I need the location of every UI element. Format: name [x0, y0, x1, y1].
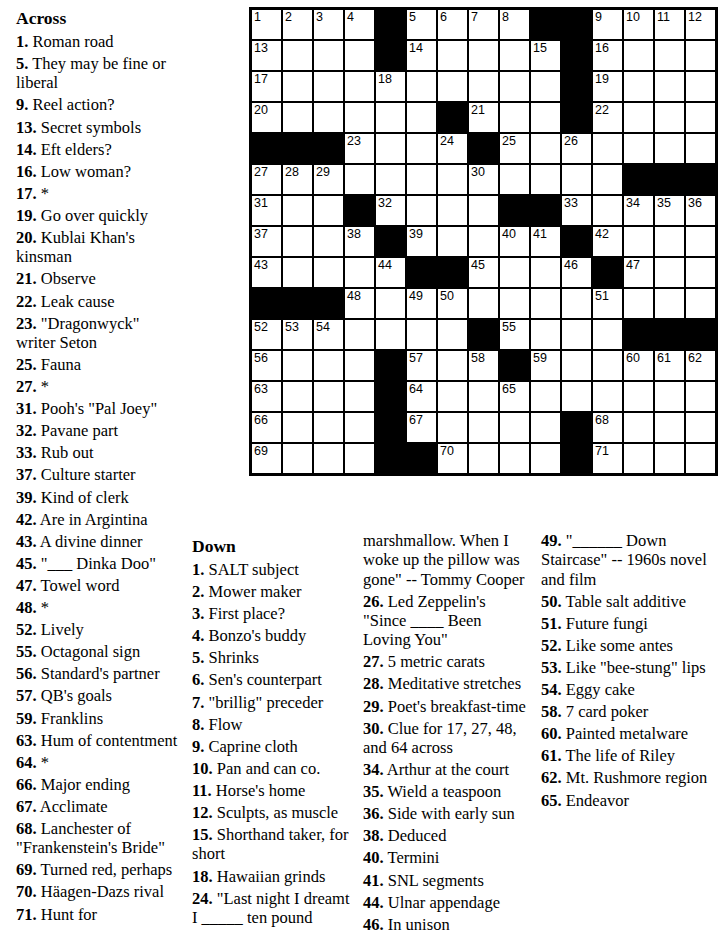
cell-r12c14[interactable]: 61 — [655, 351, 684, 380]
cell-r12c10[interactable]: 59 — [531, 351, 560, 380]
cell-r13c2[interactable] — [283, 382, 312, 411]
cell-r6c11[interactable] — [562, 165, 591, 194]
clue-number: 46. — [363, 915, 384, 934]
cell-r10c8[interactable] — [469, 289, 498, 318]
cell-r12c12[interactable] — [593, 351, 622, 380]
cell-number: 36 — [688, 196, 702, 210]
cell-number: 67 — [409, 413, 423, 427]
clue-number: 32. — [16, 421, 37, 440]
clue-text: SNL segments — [388, 871, 484, 890]
cell-r14c13[interactable] — [624, 413, 653, 442]
cell-r15c4[interactable] — [345, 444, 374, 473]
cell-r14c14[interactable] — [655, 413, 684, 442]
cell-r12c1[interactable]: 56 — [252, 351, 281, 380]
cell-r5c12[interactable] — [593, 134, 622, 163]
cell-r13c10[interactable] — [531, 382, 560, 411]
block-r1c11 — [562, 10, 591, 39]
cell-r3c13[interactable] — [624, 72, 653, 101]
cell-r4c14[interactable] — [655, 103, 684, 132]
cell-number: 33 — [564, 196, 578, 210]
clue-text: "brillig" preceder — [209, 693, 324, 712]
cell-r8c12[interactable]: 42 — [593, 227, 622, 256]
clue-number: 6. — [192, 670, 204, 689]
clue-number: 64. — [16, 753, 37, 772]
clue-text: marshmallow. When I woke up the pillow w… — [363, 531, 525, 589]
clue-text: Häagen-Dazs rival — [41, 882, 164, 901]
clue-text: Pan and can co. — [217, 759, 321, 778]
block-r10c3 — [314, 289, 343, 318]
cell-r3c15[interactable] — [686, 72, 715, 101]
cell-r12c13[interactable]: 60 — [624, 351, 653, 380]
cell-r8c10[interactable]: 41 — [531, 227, 560, 256]
clue-number: 3. — [192, 604, 204, 623]
down-clue-38: 38. Deduced — [363, 826, 537, 845]
cell-r12c15[interactable]: 62 — [686, 351, 715, 380]
cell-r11c12[interactable] — [593, 320, 622, 349]
across-clue-39: 39. Kind of clerk — [16, 488, 192, 507]
cell-number: 51 — [595, 289, 609, 303]
cell-r10c14[interactable] — [655, 289, 684, 318]
across-clue-45: 45. "___ Dinka Doo" — [16, 554, 192, 573]
cell-number: 26 — [564, 134, 578, 148]
cell-r15c8[interactable] — [469, 444, 498, 473]
cell-r10c5[interactable] — [376, 289, 405, 318]
cell-r2c13[interactable] — [624, 41, 653, 70]
clue-text: Mower maker — [209, 582, 302, 601]
cell-r4c8[interactable]: 21 — [469, 103, 498, 132]
cell-r5c13[interactable] — [624, 134, 653, 163]
cell-r11c11[interactable] — [562, 320, 591, 349]
cell-r2c7[interactable] — [438, 41, 467, 70]
cell-r7c14[interactable]: 35 — [655, 196, 684, 225]
cell-r3c4[interactable] — [345, 72, 374, 101]
cell-r10c13[interactable] — [624, 289, 653, 318]
clue-text: "Last night I dreamt I _____ ten pound — [192, 889, 350, 927]
cell-r15c12[interactable]: 71 — [593, 444, 622, 473]
clue-number: 56. — [16, 664, 37, 683]
clue-text: Franklins — [41, 709, 103, 728]
cell-r4c6[interactable] — [407, 103, 436, 132]
clue-number: 40. — [363, 848, 384, 867]
across-clue-21: 21. Observe — [16, 269, 192, 288]
cell-r5c6[interactable] — [407, 134, 436, 163]
cell-r5c11[interactable]: 26 — [562, 134, 591, 163]
cell-r12c2[interactable] — [283, 351, 312, 380]
cell-r11c9[interactable]: 55 — [500, 320, 529, 349]
cell-r9c8[interactable]: 45 — [469, 258, 498, 287]
cell-r12c4[interactable] — [345, 351, 374, 380]
cell-r7c3[interactable] — [314, 196, 343, 225]
block-r11c13 — [624, 320, 653, 349]
cell-r6c4[interactable] — [345, 165, 374, 194]
clue-text: Flow — [209, 715, 243, 734]
clue-number: 36. — [363, 804, 384, 823]
block-r9c6 — [407, 258, 436, 287]
down-clue-27: 27. 5 metric carats — [363, 652, 537, 671]
cell-r7c1[interactable]: 31 — [252, 196, 281, 225]
cell-r2c1[interactable]: 13 — [252, 41, 281, 70]
cell-r14c6[interactable]: 67 — [407, 413, 436, 442]
across-clue-70: 70. Häagen-Dazs rival — [16, 882, 192, 901]
cell-r3c6[interactable] — [407, 72, 436, 101]
cell-r4c4[interactable] — [345, 103, 374, 132]
across-clue-67: 67. Acclimate — [16, 797, 192, 816]
cell-r14c1[interactable]: 66 — [252, 413, 281, 442]
cell-r13c9[interactable]: 65 — [500, 382, 529, 411]
clue-number: 47. — [16, 576, 37, 595]
cell-r4c1[interactable]: 20 — [252, 103, 281, 132]
cell-r3c14[interactable] — [655, 72, 684, 101]
clue-text: Observe — [41, 269, 96, 288]
cell-number: 70 — [440, 444, 454, 458]
cell-r5c5[interactable] — [376, 134, 405, 163]
cell-r12c3[interactable] — [314, 351, 343, 380]
cell-r7c2[interactable] — [283, 196, 312, 225]
block-r11c15 — [686, 320, 715, 349]
cell-r7c8[interactable] — [469, 196, 498, 225]
cell-r12c8[interactable]: 58 — [469, 351, 498, 380]
down-clue-58: 58. 7 card poker — [541, 702, 725, 721]
clue-number: 1. — [192, 560, 204, 579]
cell-r9c9[interactable] — [500, 258, 529, 287]
cell-number: 60 — [626, 351, 640, 365]
cell-r14c12[interactable]: 68 — [593, 413, 622, 442]
clue-number: 35. — [363, 782, 384, 801]
cell-number: 9 — [595, 10, 602, 24]
cell-r5c15[interactable] — [686, 134, 715, 163]
clue-number: 49. — [541, 531, 562, 550]
down-clue-11: 11. Horse's home — [192, 781, 362, 800]
cell-r11c1[interactable]: 52 — [252, 320, 281, 349]
cell-r2c12[interactable]: 16 — [593, 41, 622, 70]
cell-r4c2[interactable] — [283, 103, 312, 132]
across-clue-55: 55. Octagonal sign — [16, 642, 192, 661]
cell-number: 62 — [688, 351, 702, 365]
cell-r1c2[interactable]: 2 — [283, 10, 312, 39]
cell-r14c15[interactable] — [686, 413, 715, 442]
cell-number: 39 — [409, 227, 423, 241]
cell-r6c8[interactable]: 30 — [469, 165, 498, 194]
cell-r3c8[interactable] — [469, 72, 498, 101]
cell-r8c4[interactable]: 38 — [345, 227, 374, 256]
block-r1c5 — [376, 10, 405, 39]
cell-r13c14[interactable] — [655, 382, 684, 411]
cell-r8c7[interactable] — [438, 227, 467, 256]
cell-r8c3[interactable] — [314, 227, 343, 256]
down-clues-column-3: 49. "______ Down Staircase" -- 1960s nov… — [541, 531, 725, 813]
cell-r2c14[interactable] — [655, 41, 684, 70]
down-clue-36: 36. Side with early sun — [363, 804, 537, 823]
cell-r9c10[interactable] — [531, 258, 560, 287]
clue-number: 20. — [16, 228, 37, 247]
cell-r8c6[interactable]: 39 — [407, 227, 436, 256]
cell-r15c13[interactable] — [624, 444, 653, 473]
cell-number: 44 — [378, 258, 392, 272]
cell-number: 66 — [254, 413, 268, 427]
cell-r13c11[interactable] — [562, 382, 591, 411]
cell-r4c15[interactable] — [686, 103, 715, 132]
cell-r10c15[interactable] — [686, 289, 715, 318]
cell-r7c7[interactable] — [438, 196, 467, 225]
cell-number: 65 — [502, 382, 516, 396]
clue-text: Octagonal sign — [41, 642, 140, 661]
cell-number: 5 — [409, 10, 416, 24]
cell-r1c12[interactable]: 9 — [593, 10, 622, 39]
cell-r15c15[interactable] — [686, 444, 715, 473]
cell-r2c10[interactable]: 15 — [531, 41, 560, 70]
cell-number: 16 — [595, 41, 609, 55]
block-r5c2 — [283, 134, 312, 163]
cell-r4c13[interactable] — [624, 103, 653, 132]
clue-number: 52. — [541, 636, 562, 655]
block-r15c6 — [407, 444, 436, 473]
cell-r6c5[interactable] — [376, 165, 405, 194]
cell-r9c13[interactable]: 47 — [624, 258, 653, 287]
cell-r10c11[interactable] — [562, 289, 591, 318]
cell-r9c11[interactable]: 46 — [562, 258, 591, 287]
cell-r3c2[interactable] — [283, 72, 312, 101]
cell-r15c2[interactable] — [283, 444, 312, 473]
cell-r10c9[interactable] — [500, 289, 529, 318]
cell-r14c4[interactable] — [345, 413, 374, 442]
cell-r6c9[interactable] — [500, 165, 529, 194]
cell-number: 47 — [626, 258, 640, 272]
cell-r3c12[interactable]: 19 — [593, 72, 622, 101]
cell-number: 35 — [657, 196, 671, 210]
across-clue-19: 19. Go over quickly — [16, 206, 192, 225]
cell-r13c7[interactable] — [438, 382, 467, 411]
cell-r3c9[interactable] — [500, 72, 529, 101]
cell-r12c7[interactable] — [438, 351, 467, 380]
cell-r2c9[interactable] — [500, 41, 529, 70]
clue-text: Roman road — [33, 32, 114, 51]
clue-text: Culture starter — [41, 465, 136, 484]
cell-r13c15[interactable] — [686, 382, 715, 411]
cell-r2c15[interactable] — [686, 41, 715, 70]
cell-r10c12[interactable]: 51 — [593, 289, 622, 318]
cell-r7c6[interactable] — [407, 196, 436, 225]
down-clue-53: 53. Like "bee-stung" lips — [541, 658, 725, 677]
cell-r13c4[interactable] — [345, 382, 374, 411]
cell-r6c3[interactable]: 29 — [314, 165, 343, 194]
cell-r1c7[interactable]: 6 — [438, 10, 467, 39]
cell-r11c2[interactable]: 53 — [283, 320, 312, 349]
cell-r6c7[interactable] — [438, 165, 467, 194]
cell-r3c1[interactable]: 17 — [252, 72, 281, 101]
block-r14c11 — [562, 413, 591, 442]
cell-r9c3[interactable] — [314, 258, 343, 287]
across-clue-43: 43. A divine dinner — [16, 532, 192, 551]
clue-number: 65. — [541, 791, 562, 810]
block-r6c13 — [624, 165, 653, 194]
clue-text: Endeavor — [566, 791, 629, 810]
cell-r2c8[interactable] — [469, 41, 498, 70]
cell-r8c9[interactable]: 40 — [500, 227, 529, 256]
clue-text: Mt. Rushmore region — [566, 768, 708, 787]
cell-r6c10[interactable] — [531, 165, 560, 194]
across-clue-32: 32. Pavane part — [16, 421, 192, 440]
block-r5c3 — [314, 134, 343, 163]
cell-r1c15[interactable]: 12 — [686, 10, 715, 39]
across-clue-63: 63. Hum of contentment — [16, 731, 192, 750]
cell-r4c9[interactable] — [500, 103, 529, 132]
cell-r1c9[interactable]: 8 — [500, 10, 529, 39]
cell-r11c6[interactable] — [407, 320, 436, 349]
cell-number: 49 — [409, 289, 423, 303]
cell-r7c5[interactable]: 32 — [376, 196, 405, 225]
cell-r9c15[interactable] — [686, 258, 715, 287]
cell-r3c10[interactable] — [531, 72, 560, 101]
down-clue-5: 5. Shrinks — [192, 648, 362, 667]
clue-text: Side with early sun — [388, 804, 515, 823]
cell-r9c2[interactable] — [283, 258, 312, 287]
cell-r10c4[interactable]: 48 — [345, 289, 374, 318]
cell-r4c12[interactable]: 22 — [593, 103, 622, 132]
cell-r6c2[interactable]: 28 — [283, 165, 312, 194]
cell-r14c3[interactable] — [314, 413, 343, 442]
cell-r14c10[interactable] — [531, 413, 560, 442]
cell-r13c1[interactable]: 63 — [252, 382, 281, 411]
across-clue-59: 59. Franklins — [16, 709, 192, 728]
cell-r15c1[interactable]: 69 — [252, 444, 281, 473]
cell-r15c3[interactable] — [314, 444, 343, 473]
down-clues-column-2: marshmallow. When I woke up the pillow w… — [363, 531, 537, 936]
cell-r7c11[interactable]: 33 — [562, 196, 591, 225]
cell-r12c6[interactable]: 57 — [407, 351, 436, 380]
cell-r13c13[interactable] — [624, 382, 653, 411]
cell-r11c5[interactable] — [376, 320, 405, 349]
cell-r8c1[interactable]: 37 — [252, 227, 281, 256]
clue-number: 38. — [363, 826, 384, 845]
cell-r6c1[interactable]: 27 — [252, 165, 281, 194]
cell-r14c7[interactable] — [438, 413, 467, 442]
cell-r5c4[interactable]: 23 — [345, 134, 374, 163]
cell-r2c2[interactable] — [283, 41, 312, 70]
cell-r4c10[interactable] — [531, 103, 560, 132]
cell-number: 38 — [347, 227, 361, 241]
cell-r11c7[interactable] — [438, 320, 467, 349]
cell-r6c12[interactable] — [593, 165, 622, 194]
cell-r8c15[interactable] — [686, 227, 715, 256]
cell-r12c11[interactable] — [562, 351, 591, 380]
cell-r11c4[interactable] — [345, 320, 374, 349]
across-clue-9: 9. Reel action? — [16, 95, 192, 114]
cell-r6c6[interactable] — [407, 165, 436, 194]
clue-number: 23. — [16, 314, 37, 333]
cell-r3c5[interactable]: 18 — [376, 72, 405, 101]
cell-r15c9[interactable] — [500, 444, 529, 473]
clue-text: Turned red, perhaps — [40, 860, 172, 879]
cell-r7c13[interactable]: 34 — [624, 196, 653, 225]
cell-number: 23 — [347, 134, 361, 148]
across-clue-13: 13. Secret symbols — [16, 118, 192, 137]
cell-r13c3[interactable] — [314, 382, 343, 411]
cell-r9c1[interactable]: 43 — [252, 258, 281, 287]
cell-r1c6[interactable]: 5 — [407, 10, 436, 39]
cell-r10c10[interactable] — [531, 289, 560, 318]
cell-r7c12[interactable] — [593, 196, 622, 225]
cell-r11c3[interactable]: 54 — [314, 320, 343, 349]
clue-text: Painted metalware — [566, 724, 688, 743]
clue-number: 14. — [16, 140, 37, 159]
down-clue-2: 2. Mower maker — [192, 582, 362, 601]
cell-r15c7[interactable]: 70 — [438, 444, 467, 473]
clue-number: 61. — [541, 746, 562, 765]
cell-r14c8[interactable] — [469, 413, 498, 442]
cell-r5c10[interactable] — [531, 134, 560, 163]
clue-text: Pavane part — [41, 421, 118, 440]
cell-r1c4[interactable]: 4 — [345, 10, 374, 39]
cell-r1c14[interactable]: 11 — [655, 10, 684, 39]
clue-number: 66. — [16, 775, 37, 794]
cell-r15c10[interactable] — [531, 444, 560, 473]
cell-r3c3[interactable] — [314, 72, 343, 101]
cell-r14c9[interactable] — [500, 413, 529, 442]
cell-r1c1[interactable]: 1 — [252, 10, 281, 39]
cell-r3c7[interactable] — [438, 72, 467, 101]
cell-r13c12[interactable] — [593, 382, 622, 411]
clue-number: 15. — [192, 825, 213, 844]
cell-r1c13[interactable]: 10 — [624, 10, 653, 39]
cell-r10c6[interactable]: 49 — [407, 289, 436, 318]
cell-r15c14[interactable] — [655, 444, 684, 473]
clue-number: 5. — [16, 54, 28, 73]
cell-r4c3[interactable] — [314, 103, 343, 132]
cell-r8c14[interactable] — [655, 227, 684, 256]
cell-number: 25 — [502, 134, 516, 148]
cell-r13c8[interactable] — [469, 382, 498, 411]
cell-r2c3[interactable] — [314, 41, 343, 70]
cell-r14c2[interactable] — [283, 413, 312, 442]
cell-r9c14[interactable] — [655, 258, 684, 287]
clue-number: 27. — [16, 377, 37, 396]
clue-text: Hawaiian grinds — [217, 867, 326, 886]
clue-text: Low woman? — [41, 162, 131, 181]
cell-r8c8[interactable] — [469, 227, 498, 256]
cell-r11c10[interactable] — [531, 320, 560, 349]
cell-r9c5[interactable]: 44 — [376, 258, 405, 287]
cell-r1c3[interactable]: 3 — [314, 10, 343, 39]
cell-r10c7[interactable]: 50 — [438, 289, 467, 318]
down-clue-18: 18. Hawaiian grinds — [192, 867, 362, 886]
cell-r4c5[interactable] — [376, 103, 405, 132]
cell-r9c4[interactable] — [345, 258, 374, 287]
clue-text: Fauna — [41, 355, 81, 374]
clue-text: * — [41, 184, 49, 203]
cell-number: 37 — [254, 227, 268, 241]
block-r11c8 — [469, 320, 498, 349]
cell-r7c15[interactable]: 36 — [686, 196, 715, 225]
cell-r5c9[interactable]: 25 — [500, 134, 529, 163]
down-clue-26: 26. Led Zeppelin's "Since ____ Been Lovi… — [363, 592, 537, 650]
cell-r2c6[interactable]: 14 — [407, 41, 436, 70]
down-clue-12: 12. Sculpts, as muscle — [192, 803, 362, 822]
cell-r8c2[interactable] — [283, 227, 312, 256]
block-r14c5 — [376, 413, 405, 442]
cell-r1c8[interactable]: 7 — [469, 10, 498, 39]
cell-number: 10 — [626, 10, 640, 24]
clue-number: 42. — [16, 510, 37, 529]
clue-text: Eft elders? — [41, 140, 112, 159]
cell-r5c14[interactable] — [655, 134, 684, 163]
cell-r2c4[interactable] — [345, 41, 374, 70]
cell-r5c7[interactable]: 24 — [438, 134, 467, 163]
clue-number: 62. — [541, 768, 562, 787]
cell-r13c6[interactable]: 64 — [407, 382, 436, 411]
cell-number: 22 — [595, 103, 609, 117]
cell-r8c13[interactable] — [624, 227, 653, 256]
clue-number: 34. — [363, 760, 384, 779]
